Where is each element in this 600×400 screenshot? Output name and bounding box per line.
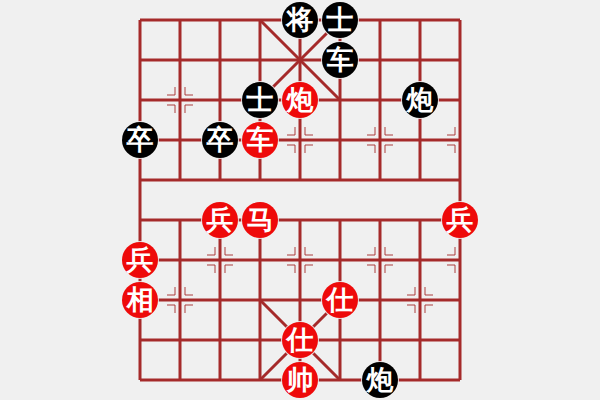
red-soldier-piece[interactable]: 兵 <box>442 202 478 238</box>
black-cannon-piece[interactable]: 炮 <box>362 362 398 398</box>
xiangqi-board-area: 将士车士炮炮卒卒车兵马兵兵相仕仕帅炮 <box>0 0 600 400</box>
pieces-layer: 将士车士炮炮卒卒车兵马兵兵相仕仕帅炮 <box>120 0 480 400</box>
black-advisor-piece[interactable]: 士 <box>322 2 358 38</box>
red-advisor-piece[interactable]: 仕 <box>322 282 358 318</box>
red-cannon-piece[interactable]: 炮 <box>282 82 318 118</box>
black-soldier-piece[interactable]: 卒 <box>202 122 238 158</box>
red-chariot-piece[interactable]: 车 <box>242 122 278 158</box>
red-advisor-piece[interactable]: 仕 <box>282 322 318 358</box>
red-elephant-piece[interactable]: 相 <box>122 282 158 318</box>
black-cannon-piece[interactable]: 炮 <box>402 82 438 118</box>
red-soldier-piece[interactable]: 兵 <box>202 202 238 238</box>
red-horse-piece[interactable]: 马 <box>242 202 278 238</box>
black-soldier-piece[interactable]: 卒 <box>122 122 158 158</box>
black-general-piece[interactable]: 将 <box>282 2 318 38</box>
black-chariot-piece[interactable]: 车 <box>322 42 358 78</box>
red-soldier-piece[interactable]: 兵 <box>122 242 158 278</box>
black-advisor-piece[interactable]: 士 <box>242 82 278 118</box>
red-general-piece[interactable]: 帅 <box>282 362 318 398</box>
